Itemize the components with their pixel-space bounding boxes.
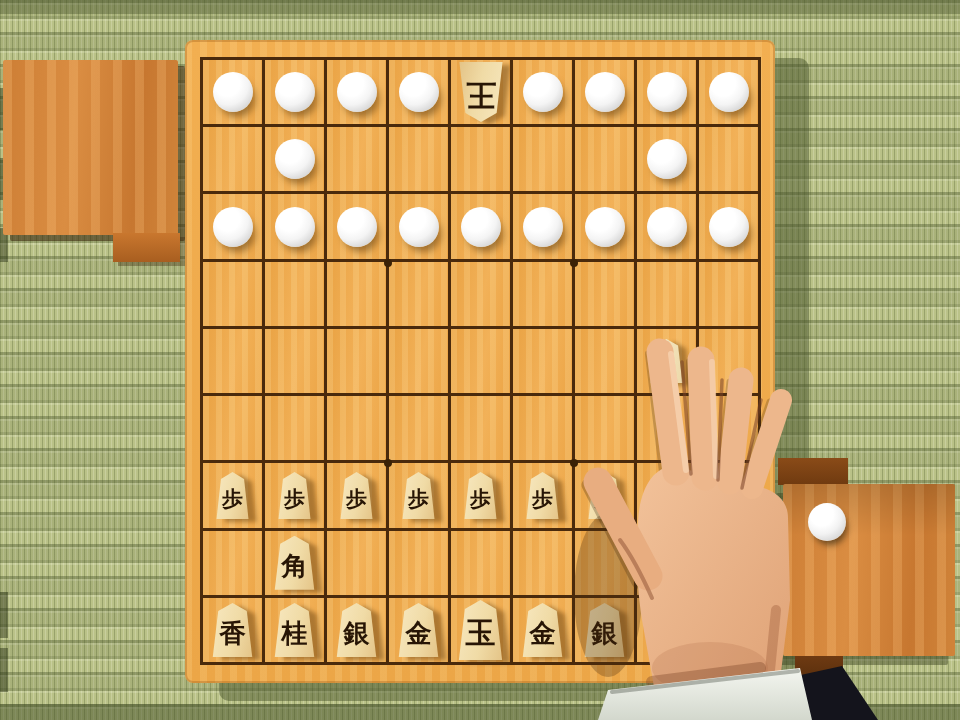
board-cell[interactable]: [265, 127, 324, 191]
board-cell[interactable]: [575, 60, 634, 124]
piece-face: 歩: [216, 472, 250, 519]
go-stone[interactable]: [709, 72, 749, 112]
board-cell[interactable]: [575, 194, 634, 258]
shogi-piece[interactable]: 香: [212, 603, 254, 657]
go-stone[interactable]: [647, 139, 687, 179]
piece-face: 歩: [464, 472, 498, 519]
piece-face: 銀: [336, 603, 378, 657]
board-cell[interactable]: [637, 127, 696, 191]
board-cell[interactable]: 銀: [327, 598, 386, 662]
shogi-piece[interactable]: 歩: [216, 472, 250, 519]
piece-face: 角: [274, 536, 316, 590]
board-cell[interactable]: [389, 329, 448, 393]
board-cell[interactable]: [389, 60, 448, 124]
player-hand: [560, 300, 960, 720]
board-cell[interactable]: [327, 127, 386, 191]
board-cell[interactable]: [389, 127, 448, 191]
shogi-piece[interactable]: 歩: [526, 472, 560, 519]
shogi-piece[interactable]: 銀: [336, 603, 378, 657]
board-cell[interactable]: [389, 396, 448, 460]
go-stone[interactable]: [647, 207, 687, 247]
board-cell[interactable]: [327, 329, 386, 393]
board-cell[interactable]: 歩: [389, 463, 448, 527]
piece-face: 金: [522, 603, 564, 657]
board-cell[interactable]: [327, 60, 386, 124]
shogi-piece[interactable]: 金: [398, 603, 440, 657]
piece-face: 歩: [340, 472, 374, 519]
board-cell[interactable]: [265, 262, 324, 326]
board-cell[interactable]: 王: [451, 60, 510, 124]
go-stone[interactable]: [523, 207, 563, 247]
go-stone[interactable]: [337, 72, 377, 112]
piece-face: 王: [458, 62, 504, 122]
board-cell[interactable]: [265, 396, 324, 460]
tatami-dark-band-top: [0, 0, 960, 14]
go-stone[interactable]: [275, 72, 315, 112]
hoshi-dot: [384, 259, 392, 267]
tatami-edge-mark: [0, 592, 8, 638]
board-cell[interactable]: [513, 194, 572, 258]
board-cell[interactable]: [203, 194, 262, 258]
shogi-piece[interactable]: 歩: [278, 472, 312, 519]
board-cell[interactable]: [513, 127, 572, 191]
board-cell[interactable]: [327, 531, 386, 595]
board-cell[interactable]: [637, 194, 696, 258]
board-cell[interactable]: [451, 396, 510, 460]
shogi-piece[interactable]: 歩: [340, 472, 374, 519]
board-cell[interactable]: [203, 262, 262, 326]
board-cell[interactable]: 歩: [265, 463, 324, 527]
board-cell[interactable]: [327, 194, 386, 258]
piece-face: 玉: [458, 600, 504, 660]
board-cell[interactable]: [203, 127, 262, 191]
board-cell[interactable]: [389, 531, 448, 595]
board-cell[interactable]: [265, 329, 324, 393]
board-cell[interactable]: [699, 60, 758, 124]
go-stone[interactable]: [399, 207, 439, 247]
go-stone[interactable]: [461, 207, 501, 247]
go-stone[interactable]: [585, 72, 625, 112]
board-cell[interactable]: [513, 60, 572, 124]
shogi-scene: 王歩歩歩歩歩歩歩角香桂銀金玉金銀: [0, 0, 960, 720]
go-stone[interactable]: [399, 72, 439, 112]
board-cell[interactable]: 歩: [327, 463, 386, 527]
go-stone[interactable]: [275, 207, 315, 247]
board-cell[interactable]: [203, 531, 262, 595]
board-cell[interactable]: [265, 60, 324, 124]
board-cell[interactable]: [451, 329, 510, 393]
board-cell[interactable]: 歩: [203, 463, 262, 527]
board-cell[interactable]: [451, 194, 510, 258]
board-cell[interactable]: 桂: [265, 598, 324, 662]
shogi-piece[interactable]: 王: [458, 62, 504, 122]
hoshi-dot: [384, 459, 392, 467]
board-cell[interactable]: [575, 127, 634, 191]
board-cell[interactable]: [451, 127, 510, 191]
board-cell[interactable]: [389, 194, 448, 258]
komadai-top-left[interactable]: [3, 60, 178, 235]
board-cell[interactable]: 香: [203, 598, 262, 662]
go-stone[interactable]: [523, 72, 563, 112]
go-stone[interactable]: [213, 72, 253, 112]
go-stone[interactable]: [337, 207, 377, 247]
board-cell[interactable]: [451, 531, 510, 595]
board-cell[interactable]: [389, 262, 448, 326]
board-cell[interactable]: 玉: [451, 598, 510, 662]
go-stone[interactable]: [275, 139, 315, 179]
go-stone[interactable]: [213, 207, 253, 247]
board-cell[interactable]: 金: [389, 598, 448, 662]
piece-face: 歩: [526, 472, 560, 519]
board-cell[interactable]: 角: [265, 531, 324, 595]
piece-face: 香: [212, 603, 254, 657]
board-cell[interactable]: [637, 60, 696, 124]
piece-face: 桂: [274, 603, 316, 657]
go-stone[interactable]: [585, 207, 625, 247]
board-cell[interactable]: [699, 194, 758, 258]
shogi-piece[interactable]: 玉: [458, 600, 504, 660]
komadai-top-left-leg: [113, 233, 180, 262]
board-cell[interactable]: 歩: [451, 463, 510, 527]
hoshi-dot: [570, 259, 578, 267]
go-stone[interactable]: [709, 207, 749, 247]
shogi-piece[interactable]: 金: [522, 603, 564, 657]
go-stone[interactable]: [647, 72, 687, 112]
board-cell[interactable]: [451, 262, 510, 326]
board-cell[interactable]: [265, 194, 324, 258]
shogi-piece[interactable]: 歩: [464, 472, 498, 519]
piece-face: 金: [398, 603, 440, 657]
shogi-piece[interactable]: 桂: [274, 603, 316, 657]
board-cell[interactable]: [699, 127, 758, 191]
piece-face: 歩: [402, 472, 436, 519]
board-cell[interactable]: [203, 60, 262, 124]
board-cell[interactable]: [327, 262, 386, 326]
tatami-edge-mark: [0, 648, 8, 692]
board-cell[interactable]: [203, 396, 262, 460]
shogi-piece[interactable]: 歩: [402, 472, 436, 519]
board-cell[interactable]: [327, 396, 386, 460]
piece-face: 歩: [278, 472, 312, 519]
shogi-piece[interactable]: 角: [274, 536, 316, 590]
board-cell[interactable]: [203, 329, 262, 393]
